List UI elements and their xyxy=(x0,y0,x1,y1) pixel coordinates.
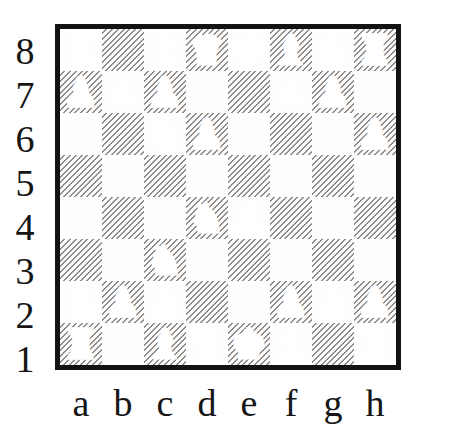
square-d7[interactable] xyxy=(186,71,228,113)
square-f2[interactable]: ♟♙ xyxy=(270,281,312,323)
square-b7[interactable]: ♟♟ xyxy=(102,71,144,113)
square-a6[interactable] xyxy=(60,113,102,155)
square-h2[interactable]: ♟♙ xyxy=(354,281,396,323)
square-a2[interactable]: ♟♙ xyxy=(60,281,102,323)
square-e3[interactable] xyxy=(228,239,270,281)
piece-white-knight: ♞♘ xyxy=(186,197,228,239)
piece-black-knight: ♞♞ xyxy=(144,113,186,155)
square-b2[interactable]: ♟♙ xyxy=(102,281,144,323)
square-c6[interactable]: ♞♞ xyxy=(144,113,186,155)
piece-white-king: ♚♔ xyxy=(228,323,270,365)
square-c7[interactable]: ♟♟ xyxy=(144,71,186,113)
rank-label-6: 6 xyxy=(2,117,48,161)
square-e6[interactable] xyxy=(228,113,270,155)
square-c2[interactable]: ♟♙ xyxy=(144,281,186,323)
square-a8[interactable]: ♜♜ xyxy=(60,29,102,71)
file-label-d: d xyxy=(186,374,228,432)
square-f8[interactable]: ♝♝ xyxy=(270,29,312,71)
rank-labels: 8 7 6 5 4 3 2 1 xyxy=(2,29,48,365)
square-e5[interactable] xyxy=(228,155,270,197)
square-f4[interactable] xyxy=(270,197,312,239)
square-g8[interactable]: ♞♞ xyxy=(312,29,354,71)
chess-board: ♜♜♝♝♛♛♚♚♝♝♞♞♜♜♟♟♟♟♟♟♟♟♟♟♞♞♟♟♟♟♞♘♟♙♞♘♟♙♟♙… xyxy=(55,24,401,370)
piece-white-bishop: ♝♗ xyxy=(144,323,186,365)
square-g2[interactable]: ♟♙ xyxy=(312,281,354,323)
piece-white-pawn: ♟♙ xyxy=(144,281,186,323)
piece-black-pawn: ♟♟ xyxy=(312,71,354,113)
piece-white-pawn: ♟♙ xyxy=(228,197,270,239)
square-h7[interactable] xyxy=(354,71,396,113)
piece-white-pawn: ♟♙ xyxy=(312,281,354,323)
square-b6[interactable] xyxy=(102,113,144,155)
square-b1[interactable] xyxy=(102,323,144,365)
square-d6[interactable]: ♟♟ xyxy=(186,113,228,155)
piece-black-queen: ♛♛ xyxy=(186,29,228,71)
rank-label-3: 3 xyxy=(2,249,48,293)
rank-label-5: 5 xyxy=(2,161,48,205)
square-c4[interactable] xyxy=(144,197,186,239)
piece-white-pawn: ♟♙ xyxy=(270,281,312,323)
square-d1[interactable]: ♛♕ xyxy=(186,323,228,365)
square-d2[interactable] xyxy=(186,281,228,323)
file-label-h: h xyxy=(354,374,396,432)
piece-black-king: ♚♚ xyxy=(228,29,270,71)
square-c5[interactable] xyxy=(144,155,186,197)
square-b4[interactable] xyxy=(102,197,144,239)
file-labels: a b c d e f g h xyxy=(60,374,396,432)
square-b8[interactable] xyxy=(102,29,144,71)
piece-black-knight: ♞♞ xyxy=(312,29,354,71)
square-d3[interactable] xyxy=(186,239,228,281)
square-a3[interactable] xyxy=(60,239,102,281)
square-a1[interactable]: ♜♖ xyxy=(60,323,102,365)
square-g7[interactable]: ♟♟ xyxy=(312,71,354,113)
square-a4[interactable] xyxy=(60,197,102,239)
piece-black-rook: ♜♜ xyxy=(354,29,396,71)
piece-black-pawn: ♟♟ xyxy=(60,71,102,113)
square-g5[interactable] xyxy=(312,155,354,197)
rank-label-8: 8 xyxy=(2,29,48,73)
square-h3[interactable] xyxy=(354,239,396,281)
piece-white-queen: ♛♕ xyxy=(186,323,228,365)
square-c8[interactable]: ♝♝ xyxy=(144,29,186,71)
rank-label-4: 4 xyxy=(2,205,48,249)
piece-black-pawn: ♟♟ xyxy=(186,113,228,155)
square-a5[interactable] xyxy=(60,155,102,197)
rank-label-1: 1 xyxy=(2,337,48,381)
piece-black-rook: ♜♜ xyxy=(60,29,102,71)
file-label-c: c xyxy=(144,374,186,432)
piece-black-pawn: ♟♟ xyxy=(354,113,396,155)
square-h8[interactable]: ♜♜ xyxy=(354,29,396,71)
chess-diagram: 8 7 6 5 4 3 2 1 ♜♜♝♝♛♛♚♚♝♝♞♞♜♜♟♟♟♟♟♟♟♟♟♟… xyxy=(0,0,451,441)
file-label-b: b xyxy=(102,374,144,432)
square-h6[interactable]: ♟♟ xyxy=(354,113,396,155)
piece-black-pawn: ♟♟ xyxy=(144,71,186,113)
piece-black-pawn: ♟♟ xyxy=(270,71,312,113)
square-h1[interactable]: ♜♖ xyxy=(354,323,396,365)
file-label-f: f xyxy=(270,374,312,432)
square-h5[interactable] xyxy=(354,155,396,197)
file-label-g: g xyxy=(312,374,354,432)
piece-white-rook: ♜♖ xyxy=(60,323,102,365)
square-g1[interactable] xyxy=(312,323,354,365)
piece-white-rook: ♜♖ xyxy=(354,323,396,365)
piece-black-bishop: ♝♝ xyxy=(270,29,312,71)
square-d4[interactable]: ♞♘ xyxy=(186,197,228,239)
rank-label-2: 2 xyxy=(2,293,48,337)
square-b5[interactable] xyxy=(102,155,144,197)
square-f7[interactable]: ♟♟ xyxy=(270,71,312,113)
square-f5[interactable] xyxy=(270,155,312,197)
piece-white-pawn: ♟♙ xyxy=(354,281,396,323)
square-f3[interactable] xyxy=(270,239,312,281)
square-e1[interactable]: ♚♔ xyxy=(228,323,270,365)
square-e8[interactable]: ♚♚ xyxy=(228,29,270,71)
square-c3[interactable]: ♞♘ xyxy=(144,239,186,281)
square-g3[interactable] xyxy=(312,239,354,281)
square-h4[interactable] xyxy=(354,197,396,239)
square-a7[interactable]: ♟♟ xyxy=(60,71,102,113)
square-f1[interactable]: ♝♗ xyxy=(270,323,312,365)
piece-black-pawn: ♟♟ xyxy=(102,71,144,113)
piece-white-knight: ♞♘ xyxy=(144,239,186,281)
square-f6[interactable] xyxy=(270,113,312,155)
square-g4[interactable] xyxy=(312,197,354,239)
square-d8[interactable]: ♛♛ xyxy=(186,29,228,71)
square-d5[interactable] xyxy=(186,155,228,197)
square-e4[interactable]: ♟♙ xyxy=(228,197,270,239)
file-label-e: e xyxy=(228,374,270,432)
piece-white-bishop: ♝♗ xyxy=(270,323,312,365)
square-g6[interactable] xyxy=(312,113,354,155)
piece-white-pawn: ♟♙ xyxy=(102,281,144,323)
square-b3[interactable] xyxy=(102,239,144,281)
square-e7[interactable] xyxy=(228,71,270,113)
square-e2[interactable] xyxy=(228,281,270,323)
piece-white-pawn: ♟♙ xyxy=(60,281,102,323)
piece-black-bishop: ♝♝ xyxy=(144,29,186,71)
square-c1[interactable]: ♝♗ xyxy=(144,323,186,365)
file-label-a: a xyxy=(60,374,102,432)
rank-label-7: 7 xyxy=(2,73,48,117)
